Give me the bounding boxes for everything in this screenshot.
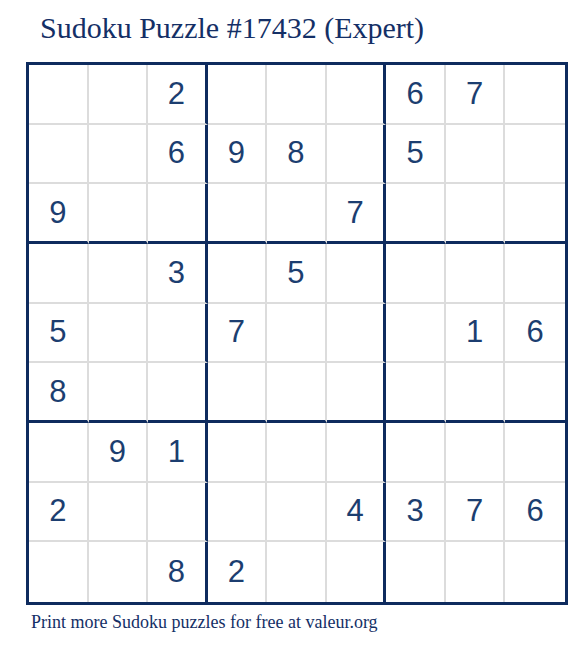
cell-r4c6 xyxy=(327,244,387,304)
cell-r2c8 xyxy=(446,125,506,185)
cell-r4c1 xyxy=(29,244,89,304)
cell-r2c7: 5 xyxy=(386,125,446,185)
cell-r5c4: 7 xyxy=(208,304,268,364)
cell-r9c3: 8 xyxy=(148,542,208,602)
cell-r8c3 xyxy=(148,483,208,543)
cell-r4c9 xyxy=(505,244,565,304)
cell-r3c2 xyxy=(89,184,149,244)
cell-r3c7 xyxy=(386,184,446,244)
cell-r6c2 xyxy=(89,363,149,423)
cell-r4c2 xyxy=(89,244,149,304)
cell-r9c8 xyxy=(446,542,506,602)
cell-r1c7: 6 xyxy=(386,65,446,125)
cell-r4c7 xyxy=(386,244,446,304)
cell-r2c3: 6 xyxy=(148,125,208,185)
cell-r7c8 xyxy=(446,423,506,483)
cell-r5c1: 5 xyxy=(29,304,89,364)
cell-r3c9 xyxy=(505,184,565,244)
cell-r8c9: 6 xyxy=(505,483,565,543)
cell-r3c5 xyxy=(267,184,327,244)
cell-r6c1: 8 xyxy=(29,363,89,423)
cell-r4c4 xyxy=(208,244,268,304)
sudoku-board: 2676985973557168912437682 xyxy=(26,62,568,605)
cell-r8c7: 3 xyxy=(386,483,446,543)
cell-r2c9 xyxy=(505,125,565,185)
sudoku-page: Sudoku Puzzle #17432 (Expert) 2676985973… xyxy=(0,0,580,651)
cell-r8c4 xyxy=(208,483,268,543)
cell-r7c9 xyxy=(505,423,565,483)
cell-r3c3 xyxy=(148,184,208,244)
cell-r1c4 xyxy=(208,65,268,125)
cell-r1c1 xyxy=(29,65,89,125)
cell-r4c3: 3 xyxy=(148,244,208,304)
cell-r8c5 xyxy=(267,483,327,543)
page-title: Sudoku Puzzle #17432 (Expert) xyxy=(40,11,424,45)
footer-text: Print more Sudoku puzzles for free at va… xyxy=(31,610,378,634)
cell-r6c9 xyxy=(505,363,565,423)
cell-r1c3: 2 xyxy=(148,65,208,125)
cell-r1c6 xyxy=(327,65,387,125)
cell-r2c1 xyxy=(29,125,89,185)
cell-r1c2 xyxy=(89,65,149,125)
cell-r5c2 xyxy=(89,304,149,364)
cell-r4c8 xyxy=(446,244,506,304)
cell-r8c8: 7 xyxy=(446,483,506,543)
cell-r7c4 xyxy=(208,423,268,483)
cell-r7c2: 9 xyxy=(89,423,149,483)
cell-r7c7 xyxy=(386,423,446,483)
cell-r8c1: 2 xyxy=(29,483,89,543)
cell-r8c2 xyxy=(89,483,149,543)
cell-r1c8: 7 xyxy=(446,65,506,125)
cell-r5c9: 6 xyxy=(505,304,565,364)
cell-r5c5 xyxy=(267,304,327,364)
cell-r6c6 xyxy=(327,363,387,423)
cell-r1c9 xyxy=(505,65,565,125)
cell-r5c8: 1 xyxy=(446,304,506,364)
cell-r9c1 xyxy=(29,542,89,602)
cell-r5c6 xyxy=(327,304,387,364)
cell-r5c3 xyxy=(148,304,208,364)
cell-r3c1: 9 xyxy=(29,184,89,244)
cell-r9c2 xyxy=(89,542,149,602)
cell-r2c5: 8 xyxy=(267,125,327,185)
cell-r9c7 xyxy=(386,542,446,602)
cell-r7c3: 1 xyxy=(148,423,208,483)
cell-r9c9 xyxy=(505,542,565,602)
cell-r9c4: 2 xyxy=(208,542,268,602)
cell-r3c8 xyxy=(446,184,506,244)
cell-r4c5: 5 xyxy=(267,244,327,304)
cell-r6c3 xyxy=(148,363,208,423)
cell-r6c7 xyxy=(386,363,446,423)
cell-r2c2 xyxy=(89,125,149,185)
cell-r8c6: 4 xyxy=(327,483,387,543)
cell-r7c6 xyxy=(327,423,387,483)
cell-r6c8 xyxy=(446,363,506,423)
cell-r7c5 xyxy=(267,423,327,483)
cell-r2c4: 9 xyxy=(208,125,268,185)
cell-r6c4 xyxy=(208,363,268,423)
cell-r9c6 xyxy=(327,542,387,602)
cell-r9c5 xyxy=(267,542,327,602)
cell-r6c5 xyxy=(267,363,327,423)
cell-r1c5 xyxy=(267,65,327,125)
cell-r7c1 xyxy=(29,423,89,483)
cell-r5c7 xyxy=(386,304,446,364)
cell-r3c6: 7 xyxy=(327,184,387,244)
cell-r2c6 xyxy=(327,125,387,185)
cell-r3c4 xyxy=(208,184,268,244)
